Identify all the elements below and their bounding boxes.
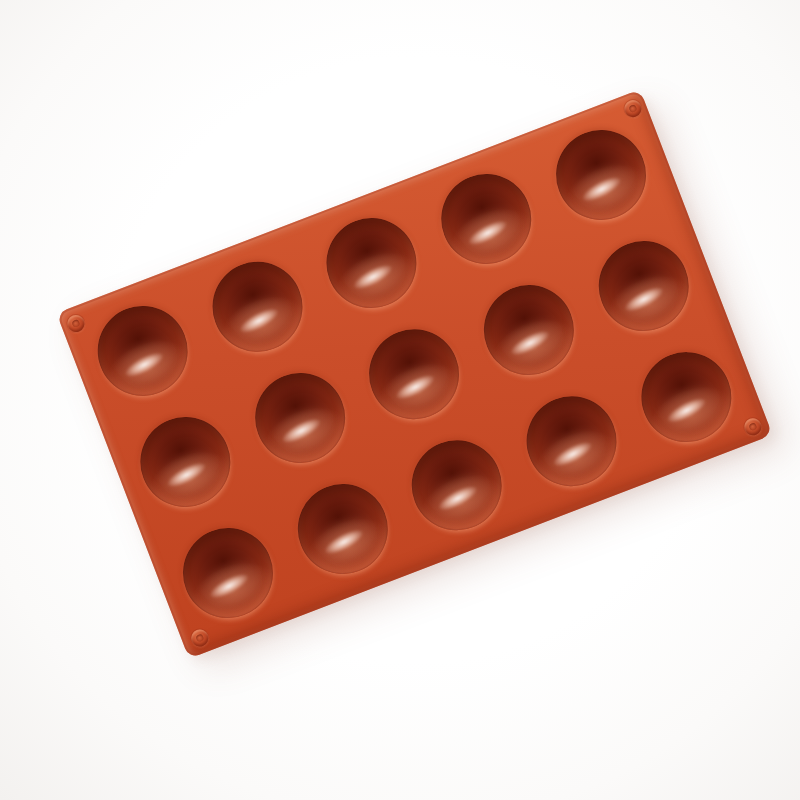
cavity-pit-r1c2 bbox=[199, 249, 315, 365]
silicone-mold-tray bbox=[56, 89, 772, 658]
cavity-pit-r2c4 bbox=[471, 272, 587, 388]
cavity-pit-r3c4 bbox=[513, 383, 629, 499]
cavity-pit-r3c3 bbox=[399, 427, 515, 543]
cavity-pit-r2c5 bbox=[585, 228, 701, 344]
cavity-pit-r3c2 bbox=[284, 471, 400, 587]
cavity-pit-r2c2 bbox=[242, 360, 358, 476]
cavity-pit-r1c1 bbox=[85, 293, 201, 409]
photo-background bbox=[0, 0, 800, 800]
cavity-pit-r3c1 bbox=[170, 515, 286, 631]
cavity-pit-r2c1 bbox=[127, 404, 243, 520]
cavity-pit-r2c3 bbox=[356, 316, 472, 432]
cavity-grid bbox=[65, 98, 765, 650]
cavity-pit-r1c4 bbox=[428, 161, 544, 277]
cavity-pit-r3c5 bbox=[628, 339, 744, 455]
cavity-pit-r1c3 bbox=[314, 205, 430, 321]
cavity-pit-r1c5 bbox=[543, 117, 659, 233]
